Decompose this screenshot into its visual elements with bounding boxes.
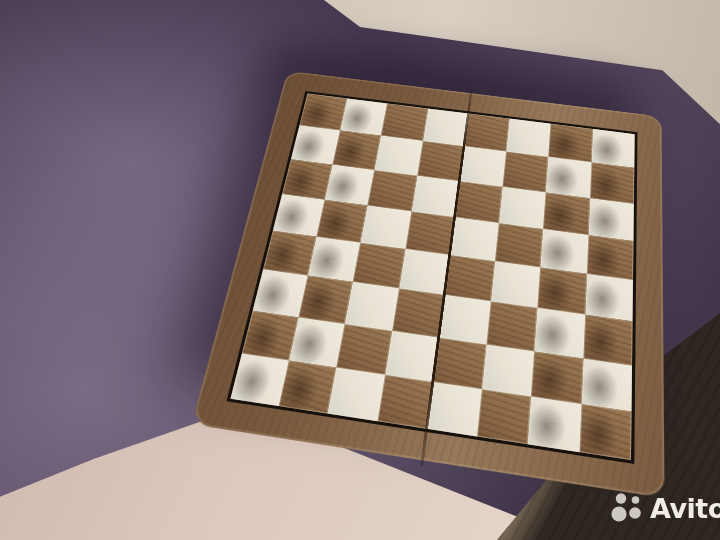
watermark-text: Avito: [650, 493, 720, 524]
square-f3[interactable]: [345, 282, 399, 330]
square-c5[interactable]: [455, 181, 503, 223]
square-e6[interactable]: [491, 261, 541, 308]
square-c6[interactable]: [499, 186, 546, 228]
square-a5[interactable]: [464, 114, 509, 152]
square-f4[interactable]: [392, 289, 445, 338]
avito-watermark: Avito: [611, 491, 720, 525]
photo-stage: ♜♞♝♛♚♝♞♜♟♟♟♟♟♟♟♟♟♟♟♟♟♟♟♟♜♞♝♛♚♝♞♜ Avito: [0, 0, 720, 540]
square-g6[interactable]: [482, 344, 535, 396]
square-f5[interactable]: [439, 295, 491, 344]
square-h5[interactable]: [427, 382, 482, 437]
square-d4[interactable]: [405, 211, 455, 255]
square-a6[interactable]: [506, 119, 551, 157]
chess-board: ♜♞♝♛♚♝♞♜♟♟♟♟♟♟♟♟♟♟♟♟♟♟♟♟♜♞♝♛♚♝♞♜: [191, 71, 664, 498]
square-g3[interactable]: [337, 324, 392, 375]
square-e5[interactable]: [445, 255, 495, 302]
square-f6[interactable]: [487, 302, 538, 351]
board-squares: ♜♞♝♛♚♝♞♜♟♟♟♟♟♟♟♟♟♟♟♟♟♟♟♟♜♞♝♛♚♝♞♜: [227, 91, 638, 464]
square-a4[interactable]: [423, 108, 469, 146]
square-d5[interactable]: [450, 217, 499, 261]
square-h6[interactable]: [477, 389, 531, 444]
square-b4[interactable]: [417, 141, 464, 181]
square-b5[interactable]: [460, 146, 507, 186]
square-g5[interactable]: [433, 337, 486, 389]
square-h7[interactable]: ♟: [528, 396, 581, 452]
square-c4[interactable]: [411, 175, 459, 217]
square-e4[interactable]: [399, 249, 450, 295]
square-b6[interactable]: [503, 152, 549, 192]
board-scene: ♜♞♝♛♚♝♞♜♟♟♟♟♟♟♟♟♟♟♟♟♟♟♟♟♜♞♝♛♚♝♞♜: [0, 0, 720, 540]
square-h1[interactable]: ♜: [230, 353, 289, 406]
avito-logo-icon: [611, 491, 645, 525]
square-h8[interactable]: ♜: [579, 404, 631, 460]
